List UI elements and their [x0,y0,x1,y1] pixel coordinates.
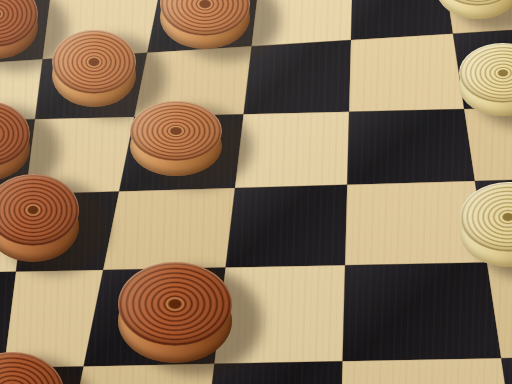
checker-brown-3[interactable] [160,0,250,49]
checker-face-rings [130,101,222,161]
checker-brown-6[interactable] [0,174,79,262]
checker-brown-5[interactable] [130,101,222,176]
checker-brown-8[interactable] [0,352,64,384]
checker-face-rings [0,352,64,384]
checker-cream-2[interactable] [459,43,512,116]
checker-cream-1[interactable] [436,0,512,19]
checker-brown-1[interactable] [0,0,38,59]
checker-brown-7[interactable] [118,262,232,363]
checker-brown-4[interactable] [0,101,30,181]
checker-brown-2[interactable] [52,30,136,107]
checkers-board-photo [0,0,512,384]
checker-cream-3[interactable] [460,182,512,267]
checker-face-rings [118,262,232,346]
checker-face-rings [52,30,136,94]
